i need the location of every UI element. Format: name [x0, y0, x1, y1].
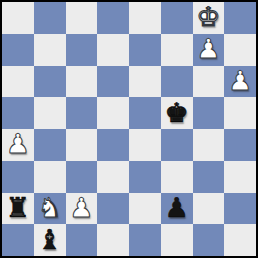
square-h2[interactable]	[224, 193, 256, 225]
square-e3[interactable]	[129, 161, 161, 193]
square-f1[interactable]	[161, 224, 193, 256]
square-f6[interactable]	[161, 66, 193, 98]
square-g4[interactable]	[193, 129, 225, 161]
black-rook-piece[interactable]: ♜	[6, 194, 30, 221]
square-c8[interactable]	[66, 2, 98, 34]
square-d1[interactable]	[97, 224, 129, 256]
square-a3[interactable]	[2, 161, 34, 193]
square-c5[interactable]	[66, 97, 98, 129]
square-d8[interactable]	[97, 2, 129, 34]
square-f7[interactable]	[161, 34, 193, 66]
square-h3[interactable]	[224, 161, 256, 193]
square-e5[interactable]	[129, 97, 161, 129]
square-b6[interactable]	[34, 66, 66, 98]
square-a6[interactable]	[2, 66, 34, 98]
square-e1[interactable]	[129, 224, 161, 256]
square-f3[interactable]	[161, 161, 193, 193]
square-h1[interactable]	[224, 224, 256, 256]
black-pawn-piece[interactable]: ♟	[165, 194, 189, 221]
black-king-piece[interactable]: ♚	[165, 99, 189, 126]
square-g2[interactable]	[193, 193, 225, 225]
square-a7[interactable]	[2, 34, 34, 66]
square-c1[interactable]	[66, 224, 98, 256]
black-bishop-piece[interactable]: ♝	[38, 226, 62, 253]
square-a2[interactable]: ♜	[2, 193, 34, 225]
square-f2[interactable]: ♟	[161, 193, 193, 225]
square-e6[interactable]	[129, 66, 161, 98]
square-g8[interactable]: ♚	[193, 2, 225, 34]
square-d6[interactable]	[97, 66, 129, 98]
square-d2[interactable]	[97, 193, 129, 225]
square-g6[interactable]	[193, 66, 225, 98]
white-pawn-piece[interactable]: ♟	[196, 35, 220, 62]
square-c7[interactable]	[66, 34, 98, 66]
square-d3[interactable]	[97, 161, 129, 193]
square-c6[interactable]	[66, 66, 98, 98]
square-f8[interactable]	[161, 2, 193, 34]
white-king-piece[interactable]: ♚	[196, 3, 220, 30]
square-h6[interactable]: ♟	[224, 66, 256, 98]
white-pawn-piece[interactable]: ♟	[6, 130, 30, 157]
square-b2[interactable]: ♞	[34, 193, 66, 225]
square-a8[interactable]	[2, 2, 34, 34]
square-h5[interactable]	[224, 97, 256, 129]
square-b7[interactable]	[34, 34, 66, 66]
square-c4[interactable]	[66, 129, 98, 161]
white-knight-piece[interactable]: ♞	[38, 194, 62, 221]
square-g7[interactable]: ♟	[193, 34, 225, 66]
square-b3[interactable]	[34, 161, 66, 193]
square-f4[interactable]	[161, 129, 193, 161]
white-pawn-piece[interactable]: ♟	[228, 67, 252, 94]
square-g3[interactable]	[193, 161, 225, 193]
square-e4[interactable]	[129, 129, 161, 161]
square-b8[interactable]	[34, 2, 66, 34]
square-a4[interactable]: ♟	[2, 129, 34, 161]
square-h4[interactable]	[224, 129, 256, 161]
square-a1[interactable]	[2, 224, 34, 256]
square-b4[interactable]	[34, 129, 66, 161]
square-e2[interactable]	[129, 193, 161, 225]
square-b1[interactable]: ♝	[34, 224, 66, 256]
square-e7[interactable]	[129, 34, 161, 66]
square-d5[interactable]	[97, 97, 129, 129]
square-g1[interactable]	[193, 224, 225, 256]
chess-board: ♚♟♟♚♟♜♞♟♟♝	[0, 0, 258, 258]
square-a5[interactable]	[2, 97, 34, 129]
square-c3[interactable]	[66, 161, 98, 193]
square-h7[interactable]	[224, 34, 256, 66]
square-e8[interactable]	[129, 2, 161, 34]
square-b5[interactable]	[34, 97, 66, 129]
square-f5[interactable]: ♚	[161, 97, 193, 129]
square-d7[interactable]	[97, 34, 129, 66]
square-g5[interactable]	[193, 97, 225, 129]
square-h8[interactable]	[224, 2, 256, 34]
square-d4[interactable]	[97, 129, 129, 161]
white-pawn-piece[interactable]: ♟	[69, 194, 93, 221]
square-c2[interactable]: ♟	[66, 193, 98, 225]
